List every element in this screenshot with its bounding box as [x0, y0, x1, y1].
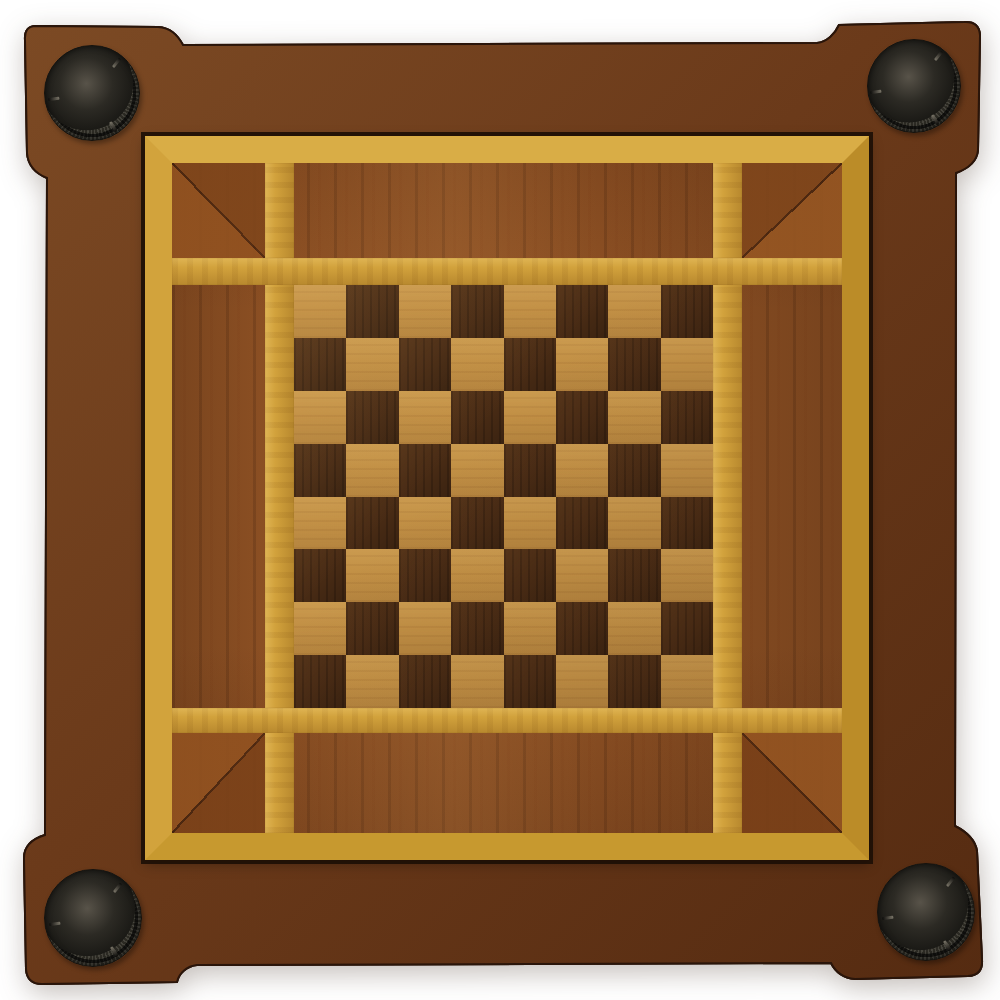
mat-miter-top-left [172, 163, 265, 258]
cup-rim-notch [112, 58, 121, 69]
board-square-c6[interactable] [399, 391, 451, 444]
cup-bottom-left [44, 869, 142, 967]
cup-top-left [44, 45, 140, 141]
cup-rim-notch [48, 97, 59, 102]
cup-rim-notch [870, 90, 881, 95]
checkerboard[interactable] [294, 285, 713, 708]
board-square-d7[interactable] [451, 338, 503, 391]
board-square-f6[interactable] [556, 391, 608, 444]
board-square-c1[interactable] [399, 655, 451, 708]
board-square-a7[interactable] [294, 338, 346, 391]
board-square-e1[interactable] [504, 655, 556, 708]
board-square-c4[interactable] [399, 497, 451, 550]
board-square-e8[interactable] [504, 285, 556, 338]
mat-miter-bottom-right [742, 733, 842, 833]
board-square-b8[interactable] [346, 285, 398, 338]
board-square-f4[interactable] [556, 497, 608, 550]
board-square-h6[interactable] [661, 391, 713, 444]
board-square-e5[interactable] [504, 444, 556, 497]
board-square-g4[interactable] [608, 497, 660, 550]
board-square-g2[interactable] [608, 602, 660, 655]
board-square-g6[interactable] [608, 391, 660, 444]
board-square-d5[interactable] [451, 444, 503, 497]
cup-rim-notch [931, 114, 939, 125]
board-square-a8[interactable] [294, 285, 346, 338]
board-square-g3[interactable] [608, 549, 660, 602]
checkerboard-area [294, 285, 713, 708]
board-square-c5[interactable] [399, 444, 451, 497]
board-square-b5[interactable] [346, 444, 398, 497]
gold-strip-horizontal-bottom [172, 708, 842, 733]
cup-bottom-right [877, 863, 975, 961]
board-square-d4[interactable] [451, 497, 503, 550]
board-square-g5[interactable] [608, 444, 660, 497]
board-square-h4[interactable] [661, 497, 713, 550]
cup-rim-notch [113, 883, 122, 894]
board-square-g8[interactable] [608, 285, 660, 338]
board-square-h7[interactable] [661, 338, 713, 391]
board-square-e3[interactable] [504, 549, 556, 602]
board-square-a3[interactable] [294, 549, 346, 602]
board-square-b7[interactable] [346, 338, 398, 391]
cup-rim-notch [110, 946, 118, 957]
cup-rim-notch [943, 940, 951, 951]
cup-rim-notch [882, 916, 893, 921]
cup-rim-notch [49, 922, 60, 927]
board-square-g7[interactable] [608, 338, 660, 391]
board-square-f1[interactable] [556, 655, 608, 708]
board-square-e7[interactable] [504, 338, 556, 391]
board-square-a6[interactable] [294, 391, 346, 444]
board-square-b1[interactable] [346, 655, 398, 708]
mat-miter-top-right [742, 163, 842, 258]
board-square-a1[interactable] [294, 655, 346, 708]
cup-top-right [867, 39, 961, 133]
board-square-c3[interactable] [399, 549, 451, 602]
board-square-h2[interactable] [661, 602, 713, 655]
mat-miter-bottom-left [172, 733, 265, 833]
board-square-b2[interactable] [346, 602, 398, 655]
board-square-d8[interactable] [451, 285, 503, 338]
board-square-a4[interactable] [294, 497, 346, 550]
board-square-d3[interactable] [451, 549, 503, 602]
cup-rim-notch [109, 121, 117, 132]
board-square-c8[interactable] [399, 285, 451, 338]
board-square-h8[interactable] [661, 285, 713, 338]
board-square-d2[interactable] [451, 602, 503, 655]
board-square-d1[interactable] [451, 655, 503, 708]
board-square-h5[interactable] [661, 444, 713, 497]
gold-strip-horizontal-top [172, 258, 842, 285]
board-square-f7[interactable] [556, 338, 608, 391]
cup-rim-notch [934, 51, 943, 62]
board-square-e4[interactable] [504, 497, 556, 550]
board-square-a2[interactable] [294, 602, 346, 655]
board-square-e6[interactable] [504, 391, 556, 444]
veneer-mat-field [172, 163, 842, 833]
board-square-b6[interactable] [346, 391, 398, 444]
game-table-photo [0, 0, 1000, 1000]
board-square-a5[interactable] [294, 444, 346, 497]
board-square-b4[interactable] [346, 497, 398, 550]
board-square-e2[interactable] [504, 602, 556, 655]
board-square-f3[interactable] [556, 549, 608, 602]
board-square-c7[interactable] [399, 338, 451, 391]
board-square-d6[interactable] [451, 391, 503, 444]
board-square-b3[interactable] [346, 549, 398, 602]
game-panel-gold-border [145, 136, 869, 860]
cup-rim-notch [946, 877, 955, 888]
board-square-h3[interactable] [661, 549, 713, 602]
board-square-f2[interactable] [556, 602, 608, 655]
board-square-h1[interactable] [661, 655, 713, 708]
board-square-g1[interactable] [608, 655, 660, 708]
board-square-f8[interactable] [556, 285, 608, 338]
board-square-c2[interactable] [399, 602, 451, 655]
board-square-f5[interactable] [556, 444, 608, 497]
